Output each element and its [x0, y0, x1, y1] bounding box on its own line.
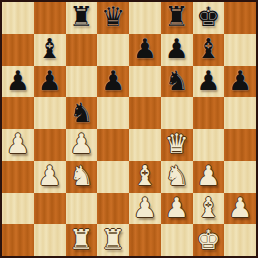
square-g1[interactable]: ♚: [193, 224, 225, 256]
piece-white-pawn-c4[interactable]: ♟: [69, 130, 93, 157]
square-b8[interactable]: [34, 2, 66, 34]
square-d2[interactable]: [97, 193, 129, 225]
piece-white-pawn-a4[interactable]: ♟: [6, 130, 30, 157]
square-d7[interactable]: [97, 34, 129, 66]
square-e8[interactable]: [129, 2, 161, 34]
piece-white-king-g1[interactable]: ♚: [196, 226, 220, 253]
square-a7[interactable]: [2, 34, 34, 66]
piece-black-pawn-g6[interactable]: ♟: [196, 67, 220, 94]
square-c3[interactable]: ♞: [66, 161, 98, 193]
square-g6[interactable]: ♟: [193, 66, 225, 98]
piece-black-king-g8[interactable]: ♚: [196, 3, 220, 30]
square-c5[interactable]: ♞: [66, 97, 98, 129]
square-c7[interactable]: [66, 34, 98, 66]
piece-white-knight-c3[interactable]: ♞: [69, 162, 93, 189]
square-h3[interactable]: [224, 161, 256, 193]
piece-black-bishop-b7[interactable]: ♝: [38, 35, 62, 62]
square-d5[interactable]: [97, 97, 129, 129]
chess-board: ♜♛♜♚♝♟♟♝♟♟♟♞♟♟♞♟♟♛♟♞♝♞♟♟♟♝♟♜♜♚: [0, 0, 258, 258]
square-c8[interactable]: ♜: [66, 2, 98, 34]
square-f8[interactable]: ♜: [161, 2, 193, 34]
square-e7[interactable]: ♟: [129, 34, 161, 66]
square-a6[interactable]: ♟: [2, 66, 34, 98]
square-a2[interactable]: [2, 193, 34, 225]
piece-black-knight-f6[interactable]: ♞: [165, 67, 189, 94]
square-e3[interactable]: ♝: [129, 161, 161, 193]
square-f4[interactable]: ♛: [161, 129, 193, 161]
piece-white-pawn-b3[interactable]: ♟: [38, 162, 62, 189]
square-f7[interactable]: ♟: [161, 34, 193, 66]
piece-black-pawn-d6[interactable]: ♟: [101, 67, 125, 94]
square-f5[interactable]: [161, 97, 193, 129]
square-h5[interactable]: [224, 97, 256, 129]
square-g7[interactable]: ♝: [193, 34, 225, 66]
square-f3[interactable]: ♞: [161, 161, 193, 193]
square-h1[interactable]: [224, 224, 256, 256]
square-f6[interactable]: ♞: [161, 66, 193, 98]
square-h8[interactable]: [224, 2, 256, 34]
piece-black-pawn-b6[interactable]: ♟: [38, 67, 62, 94]
square-e5[interactable]: [129, 97, 161, 129]
square-g4[interactable]: [193, 129, 225, 161]
board-grid: ♜♛♜♚♝♟♟♝♟♟♟♞♟♟♞♟♟♛♟♞♝♞♟♟♟♝♟♜♜♚: [2, 2, 256, 256]
square-b7[interactable]: ♝: [34, 34, 66, 66]
square-b5[interactable]: [34, 97, 66, 129]
piece-black-rook-c8[interactable]: ♜: [69, 3, 93, 30]
square-h6[interactable]: ♟: [224, 66, 256, 98]
square-b3[interactable]: ♟: [34, 161, 66, 193]
square-a5[interactable]: [2, 97, 34, 129]
square-d1[interactable]: ♜: [97, 224, 129, 256]
square-g3[interactable]: ♟: [193, 161, 225, 193]
square-d8[interactable]: ♛: [97, 2, 129, 34]
piece-white-pawn-g3[interactable]: ♟: [196, 162, 220, 189]
square-d3[interactable]: [97, 161, 129, 193]
square-e1[interactable]: [129, 224, 161, 256]
piece-black-bishop-g7[interactable]: ♝: [196, 35, 220, 62]
piece-black-knight-c5[interactable]: ♞: [69, 99, 93, 126]
piece-black-queen-d8[interactable]: ♛: [101, 3, 125, 30]
piece-white-pawn-e2[interactable]: ♟: [133, 194, 157, 221]
square-g5[interactable]: [193, 97, 225, 129]
square-a8[interactable]: [2, 2, 34, 34]
square-a3[interactable]: [2, 161, 34, 193]
piece-white-knight-f3[interactable]: ♞: [165, 162, 189, 189]
square-c4[interactable]: ♟: [66, 129, 98, 161]
piece-white-pawn-f2[interactable]: ♟: [165, 194, 189, 221]
piece-white-bishop-g2[interactable]: ♝: [196, 194, 220, 221]
square-e2[interactable]: ♟: [129, 193, 161, 225]
square-b6[interactable]: ♟: [34, 66, 66, 98]
square-h7[interactable]: [224, 34, 256, 66]
square-d6[interactable]: ♟: [97, 66, 129, 98]
square-e4[interactable]: [129, 129, 161, 161]
square-b1[interactable]: [34, 224, 66, 256]
piece-black-pawn-h6[interactable]: ♟: [228, 67, 252, 94]
square-g8[interactable]: ♚: [193, 2, 225, 34]
square-h2[interactable]: ♟: [224, 193, 256, 225]
piece-black-pawn-f7[interactable]: ♟: [165, 35, 189, 62]
piece-black-rook-f8[interactable]: ♜: [165, 3, 189, 30]
square-g2[interactable]: ♝: [193, 193, 225, 225]
piece-white-rook-c1[interactable]: ♜: [69, 226, 93, 253]
piece-white-pawn-h2[interactable]: ♟: [228, 194, 252, 221]
square-f2[interactable]: ♟: [161, 193, 193, 225]
square-d4[interactable]: [97, 129, 129, 161]
piece-black-pawn-a6[interactable]: ♟: [6, 67, 30, 94]
piece-white-bishop-e3[interactable]: ♝: [133, 162, 157, 189]
square-a1[interactable]: [2, 224, 34, 256]
square-a4[interactable]: ♟: [2, 129, 34, 161]
square-h4[interactable]: [224, 129, 256, 161]
square-c6[interactable]: [66, 66, 98, 98]
piece-white-rook-d1[interactable]: ♜: [101, 226, 125, 253]
piece-white-queen-f4[interactable]: ♛: [165, 130, 189, 157]
piece-black-pawn-e7[interactable]: ♟: [133, 35, 157, 62]
square-c1[interactable]: ♜: [66, 224, 98, 256]
square-f1[interactable]: [161, 224, 193, 256]
square-c2[interactable]: [66, 193, 98, 225]
square-b4[interactable]: [34, 129, 66, 161]
square-b2[interactable]: [34, 193, 66, 225]
square-e6[interactable]: [129, 66, 161, 98]
